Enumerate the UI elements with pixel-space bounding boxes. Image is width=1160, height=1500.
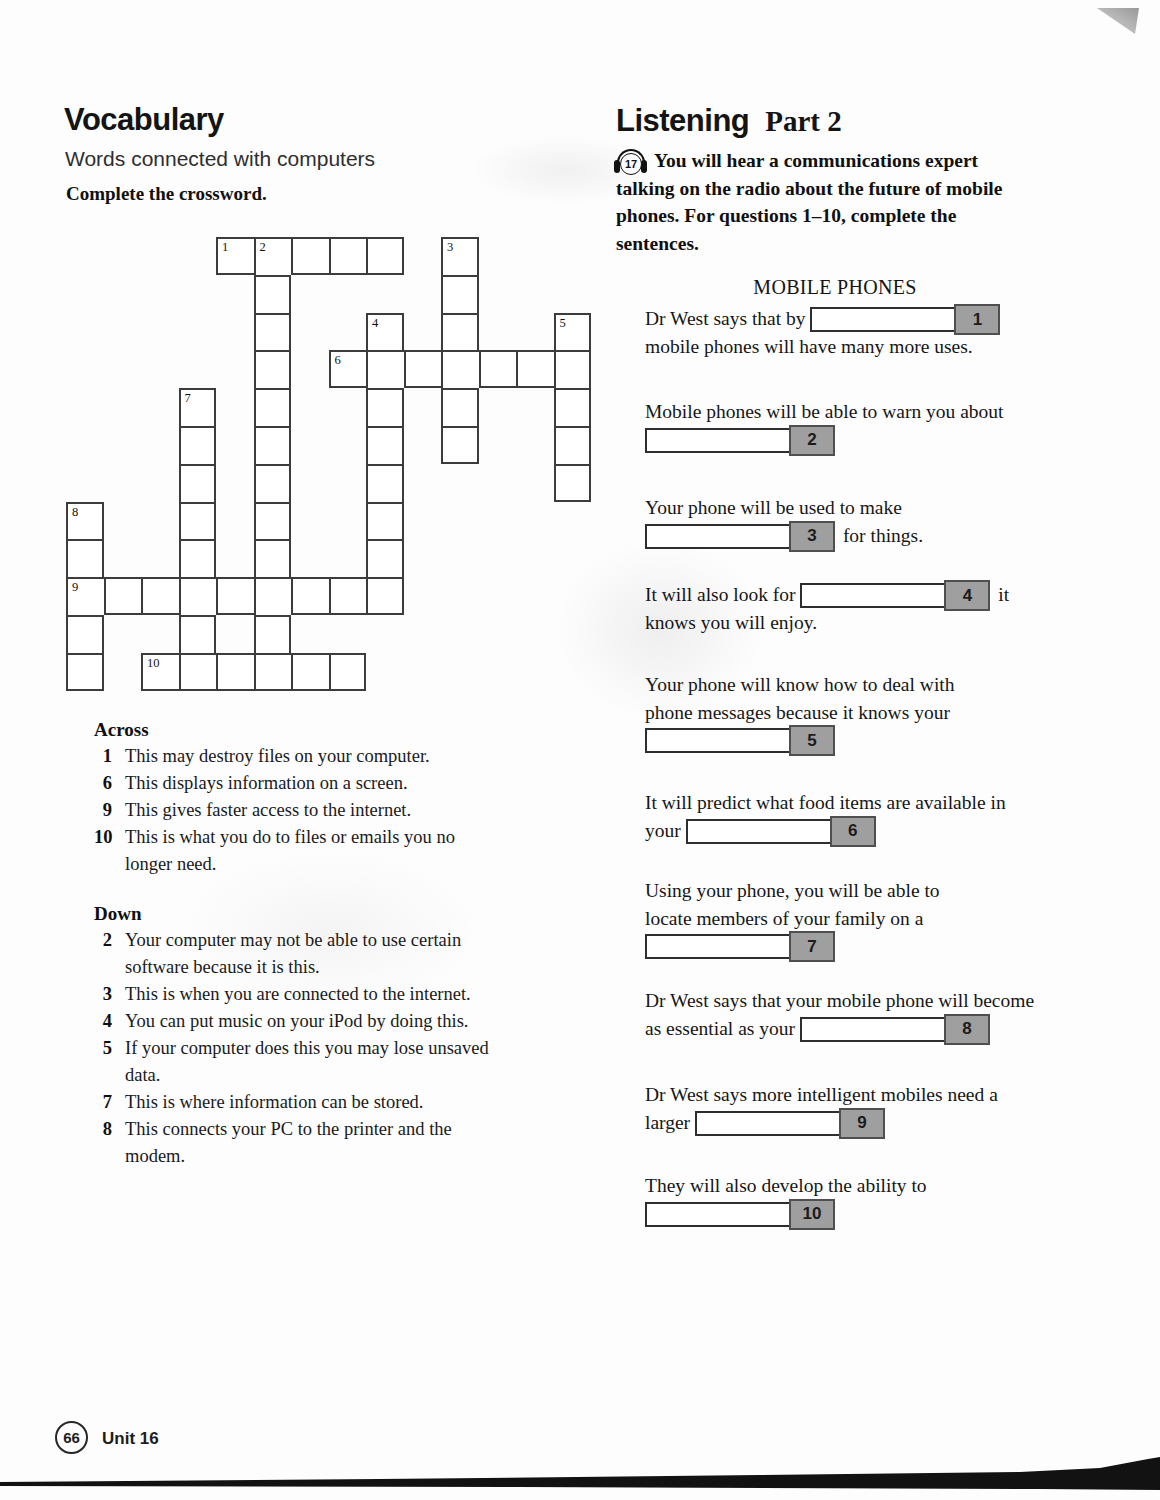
down-clue-4: 4You can put music on your iPod by doing…: [94, 1008, 584, 1035]
crossword-cell-r7-c4[interactable]: [179, 464, 217, 502]
question-text: your: [645, 820, 686, 841]
vocabulary-title: Vocabulary: [64, 102, 224, 138]
crossword-cell-r9-c1[interactable]: [66, 539, 104, 577]
question-text: It will predict what food items are avai…: [645, 792, 1006, 813]
crossword-cell-r10-c6[interactable]: [254, 577, 292, 615]
question-text: locate members of your family on a: [645, 908, 923, 929]
question-text: mobile phones will have many more uses.: [645, 336, 973, 357]
answer-field-6[interactable]: [686, 819, 830, 844]
clue-text: This may destroy files on your computer.: [125, 743, 430, 770]
crossword-cell-r1-c9[interactable]: [366, 237, 404, 275]
question-text: it: [993, 584, 1009, 605]
answer-field-10[interactable]: [645, 1202, 789, 1227]
crossword-cell-r8-c1[interactable]: 8: [66, 502, 104, 540]
clue-number: 2: [260, 240, 266, 255]
clue-text: This displays information on a screen.: [125, 770, 408, 797]
down-clues-section: Down 2Your computer may not be able to u…: [94, 900, 584, 1170]
crossword-cell-r6-c14[interactable]: [554, 426, 592, 464]
question-number-tag: 7: [789, 931, 835, 962]
question-text: as essential as your: [645, 1018, 800, 1039]
crossword-cell-r7-c6[interactable]: [254, 464, 292, 502]
answer-blank-1[interactable]: 1: [810, 307, 1000, 332]
question-text: Mobile phones will be able to warn you a…: [645, 401, 1004, 422]
listening-question-10: They will also develop the ability to10: [645, 1172, 1080, 1227]
crossword-grid: 12345678910: [66, 237, 591, 691]
clue-list-number: 9: [94, 797, 112, 824]
answer-blank-6[interactable]: 6: [686, 819, 876, 844]
across-clue-list: 1This may destroy files on your computer…: [94, 743, 564, 878]
crossword-cell-r10-c3[interactable]: [141, 577, 179, 615]
crossword-cell-r12-c5[interactable]: [216, 653, 254, 691]
crossword-cell-r5-c4[interactable]: 7: [179, 388, 217, 426]
crossword-cell-r3-c11[interactable]: [441, 313, 479, 351]
clue-number: 6: [335, 353, 341, 368]
headphones-audio-icon: 17: [616, 151, 648, 179]
across-clue-6: 6This displays information on a screen.: [94, 770, 564, 797]
crossword-cell-r8-c9[interactable]: [366, 502, 404, 540]
intro-line: phones. For questions 1–10, complete the: [616, 202, 1078, 230]
clue-number: 9: [72, 580, 78, 595]
question-text: for things.: [838, 525, 923, 546]
crossword-cell-r4-c8[interactable]: 6: [329, 350, 367, 388]
answer-field-2[interactable]: [645, 428, 789, 453]
question-number-tag: 6: [830, 816, 876, 847]
crossword-cell-r10-c7[interactable]: [291, 577, 329, 615]
answer-blank-7[interactable]: 7: [645, 934, 835, 959]
vocabulary-subtitle: Words connected with computers: [65, 147, 375, 171]
answer-blank-4[interactable]: 4: [800, 583, 990, 608]
intro-line: You will hear a communications expert: [616, 147, 1078, 175]
across-clues-section: Across 1This may destroy files on your c…: [94, 716, 564, 878]
clue-list-number: 3: [94, 981, 112, 1008]
clue-number: 8: [72, 505, 78, 520]
clue-list-number: 7: [94, 1089, 112, 1116]
question-text: They will also develop the ability to: [645, 1175, 927, 1196]
crossword-cell-r12-c3[interactable]: 10: [141, 653, 179, 691]
listening-intro: 17 You will hear a communications expert…: [616, 147, 1078, 257]
question-number-tag: 10: [789, 1199, 835, 1230]
clue-list-number: 8: [94, 1116, 112, 1170]
listening-question-1: Dr West says that by 1mobile phones will…: [645, 305, 1080, 360]
down-label: Down: [94, 900, 584, 927]
crossword-cell-r1-c6[interactable]: 2: [254, 237, 292, 275]
clue-text: This connects your PC to the printer and…: [125, 1116, 452, 1170]
question-number-tag: 2: [789, 425, 835, 456]
crossword-cell-r11-c6[interactable]: [254, 615, 292, 653]
listening-title-text: Listening: [616, 103, 749, 138]
vocabulary-instruction: Complete the crossword.: [66, 183, 267, 205]
crossword-cell-r10-c8[interactable]: [329, 577, 367, 615]
crossword-cell-r6-c4[interactable]: [179, 426, 217, 464]
across-label: Across: [94, 716, 564, 743]
answer-blank-8[interactable]: 8: [800, 1017, 990, 1042]
question-number-tag: 1: [954, 304, 1000, 335]
crossword-cell-r11-c1[interactable]: [66, 615, 104, 653]
unit-label: Unit 16: [102, 1429, 159, 1449]
question-text: Your phone will be used to make: [645, 497, 902, 518]
clue-list-number: 2: [94, 927, 112, 981]
crossword-cell-r9-c9[interactable]: [366, 539, 404, 577]
listening-question-3: Your phone will be used to make3 for thi…: [645, 494, 1080, 549]
crossword-cell-r4-c9[interactable]: [366, 350, 404, 388]
crossword-cell-r1-c5[interactable]: 1: [216, 237, 254, 275]
clue-number: 10: [147, 656, 160, 671]
question-text: knows you will enjoy.: [645, 612, 817, 633]
answer-field-7[interactable]: [645, 934, 789, 959]
crossword-cell-r10-c1[interactable]: 9: [66, 577, 104, 615]
answer-field-3[interactable]: [645, 524, 789, 549]
across-clue-10: 10This is what you do to files or emails…: [94, 824, 564, 878]
clue-text: This gives faster access to the internet…: [125, 797, 411, 824]
crossword-cell-r12-c8[interactable]: [329, 653, 367, 691]
crossword-cell-r8-c6[interactable]: [254, 502, 292, 540]
question-text: phone messages because it knows your: [645, 702, 950, 723]
down-clue-8: 8This connects your PC to the printer an…: [94, 1116, 584, 1170]
question-number-tag: 3: [789, 521, 835, 552]
answer-blank-5[interactable]: 5: [645, 728, 835, 753]
crossword-cell-r6-c6[interactable]: [254, 426, 292, 464]
clue-number: 3: [447, 240, 453, 255]
crossword-cell-r12-c1[interactable]: [66, 653, 104, 691]
intro-line: sentences.: [616, 230, 1078, 258]
clue-list-number: 10: [94, 824, 112, 878]
across-clue-1: 1This may destroy files on your computer…: [94, 743, 564, 770]
crossword-cell-r3-c6[interactable]: [254, 313, 292, 351]
answer-field-8[interactable]: [800, 1017, 944, 1042]
crossword-cell-r3-c14[interactable]: 5: [554, 313, 592, 351]
down-clue-list: 2Your computer may not be able to use ce…: [94, 927, 584, 1170]
answer-blank-2[interactable]: 2: [645, 428, 835, 453]
answer-field-4[interactable]: [800, 583, 944, 608]
crossword-cell-r12-c6[interactable]: [254, 653, 292, 691]
crossword-cell-r1-c11[interactable]: 3: [441, 237, 479, 275]
clue-number: 7: [185, 391, 191, 406]
crossword-cell-r1-c7[interactable]: [291, 237, 329, 275]
clue-text: You can put music on your iPod by doing …: [125, 1008, 468, 1035]
page-corner-mark: [1094, 6, 1142, 36]
answer-blank-10[interactable]: 10: [645, 1202, 835, 1227]
audio-track-number: 17: [620, 153, 642, 175]
question-number-tag: 9: [839, 1108, 885, 1139]
clue-text: If your computer does this you may lose …: [125, 1035, 489, 1089]
page-number-badge: 66: [55, 1421, 88, 1454]
intro-text: You will hear a communications experttal…: [616, 147, 1078, 257]
answer-field-9[interactable]: [695, 1111, 839, 1136]
clue-number: 5: [560, 316, 566, 331]
down-clue-7: 7This is where information can be stored…: [94, 1089, 584, 1116]
crossword-cell-r12-c7[interactable]: [291, 653, 329, 691]
crossword-cell-r4-c12[interactable]: [479, 350, 517, 388]
down-clue-5: 5If your computer does this you may lose…: [94, 1035, 584, 1089]
intro-line: talking on the radio about the future of…: [616, 175, 1078, 203]
crossword-cell-r7-c9[interactable]: [366, 464, 404, 502]
crossword-cell-r9-c6[interactable]: [254, 539, 292, 577]
question-number-tag: 5: [789, 725, 835, 756]
clue-number: 1: [222, 240, 228, 255]
crossword-cell-r5-c9[interactable]: [366, 388, 404, 426]
listening-part-label: Part 2: [765, 105, 842, 137]
listening-question-5: Your phone will know how to deal withpho…: [645, 671, 1080, 754]
crossword-cell-r12-c4[interactable]: [179, 653, 217, 691]
crossword-cell-r1-c8[interactable]: [329, 237, 367, 275]
page-edge-shadow: [0, 1456, 1160, 1500]
crossword-cell-r9-c4[interactable]: [179, 539, 217, 577]
clue-text: Your computer may not be able to use cer…: [125, 927, 461, 981]
crossword-cell-r5-c6[interactable]: [254, 388, 292, 426]
clue-text: This is what you do to files or emails y…: [125, 824, 455, 878]
workbook-page: Vocabulary Words connected with computer…: [0, 0, 1160, 1500]
listening-question-6: It will predict what food items are avai…: [645, 789, 1080, 844]
clue-list-number: 4: [94, 1008, 112, 1035]
question-number-tag: 8: [944, 1014, 990, 1045]
crossword-cell-r3-c9[interactable]: 4: [366, 313, 404, 351]
crossword-cell-r6-c9[interactable]: [366, 426, 404, 464]
crossword-cell-r4-c13[interactable]: [516, 350, 554, 388]
listening-question-9: Dr West says more intelligent mobiles ne…: [645, 1081, 1080, 1136]
clue-text: This is when you are connected to the in…: [125, 981, 471, 1008]
mobile-phones-heading: MOBILE PHONES: [645, 276, 1025, 299]
crossword-cell-r8-c4[interactable]: [179, 502, 217, 540]
crossword-cell-r4-c6[interactable]: [254, 350, 292, 388]
crossword-cell-r10-c4[interactable]: [179, 577, 217, 615]
crossword-cell-r10-c5[interactable]: [216, 577, 254, 615]
crossword-cell-r4-c11[interactable]: [441, 350, 479, 388]
answer-field-5[interactable]: [645, 728, 789, 753]
crossword-cell-r5-c14[interactable]: [554, 388, 592, 426]
crossword-cell-r5-c11[interactable]: [441, 388, 479, 426]
question-text: It will also look for: [645, 584, 800, 605]
crossword-cell-r10-c9[interactable]: [366, 577, 404, 615]
listening-question-7: Using your phone, you will be able toloc…: [645, 877, 1080, 960]
question-text: Dr West says that your mobile phone will…: [645, 990, 1034, 1011]
down-clue-3: 3This is when you are connected to the i…: [94, 981, 584, 1008]
page-number: 66: [63, 1429, 80, 1446]
question-number-tag: 4: [944, 580, 990, 611]
crossword-cell-r7-c14[interactable]: [554, 464, 592, 502]
question-text: Dr West says more intelligent mobiles ne…: [645, 1084, 998, 1105]
crossword-cell-r2-c11[interactable]: [441, 275, 479, 313]
crossword-cell-r10-c2[interactable]: [104, 577, 142, 615]
clue-list-number: 1: [94, 743, 112, 770]
clue-list-number: 5: [94, 1035, 112, 1089]
crossword-cell-r4-c14[interactable]: [554, 350, 592, 388]
listening-title: ListeningPart 2: [616, 102, 842, 139]
listening-question-4: It will also look for 4 itknows you will…: [645, 581, 1080, 636]
clue-list-number: 6: [94, 770, 112, 797]
answer-blank-9[interactable]: 9: [695, 1111, 885, 1136]
crossword-cell-r2-c6[interactable]: [254, 275, 292, 313]
crossword-cell-r11-c4[interactable]: [179, 615, 217, 653]
clue-number: 4: [372, 316, 378, 331]
answer-field-1[interactable]: [810, 307, 954, 332]
answer-blank-3[interactable]: 3: [645, 524, 835, 549]
listening-question-8: Dr West says that your mobile phone will…: [645, 987, 1080, 1042]
question-text: Your phone will know how to deal with: [645, 674, 954, 695]
down-clue-2: 2Your computer may not be able to use ce…: [94, 927, 584, 981]
crossword-cell-r4-c10[interactable]: [404, 350, 442, 388]
across-clue-9: 9This gives faster access to the interne…: [94, 797, 564, 824]
question-text: Dr West says that by: [645, 308, 810, 329]
clue-text: This is where information can be stored.: [125, 1089, 423, 1116]
question-text: Using your phone, you will be able to: [645, 880, 940, 901]
listening-question-2: Mobile phones will be able to warn you a…: [645, 398, 1080, 453]
crossword-cell-r6-c11[interactable]: [441, 426, 479, 464]
question-text: larger: [645, 1112, 695, 1133]
